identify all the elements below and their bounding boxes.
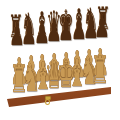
frame-dot (110, 42, 112, 44)
square-h2 (94, 70, 106, 78)
piece-black-bishop: ♝ (34, 9, 49, 40)
square-g7 (84, 32, 96, 41)
frame-dot (40, 26, 43, 28)
piece-black-pawn: ♟ (9, 18, 25, 50)
square-c7 (35, 37, 48, 46)
piece-black-pawn: ♟ (58, 14, 74, 46)
piece-white-pawn: ♟ (80, 45, 98, 82)
square-a3 (12, 71, 25, 80)
square-e8 (60, 26, 72, 35)
piece-white-pawn: ♟ (57, 48, 75, 85)
square-d1 (48, 82, 60, 90)
square-h4 (95, 55, 107, 64)
square-g3 (83, 63, 95, 72)
square-b4 (24, 62, 36, 71)
piece-white-king: ♚ (56, 54, 75, 92)
square-f7 (72, 33, 84, 42)
frame-dot (110, 34, 112, 36)
piece-white-knight: ♞ (22, 58, 41, 96)
square-h8 (97, 23, 109, 32)
frame-dot (42, 92, 44, 94)
square-h1 (94, 77, 106, 85)
square-c4 (36, 61, 48, 70)
frame-dot (14, 28, 17, 30)
square-h5 (96, 47, 108, 56)
square-d2 (48, 75, 60, 84)
square-c6 (36, 45, 48, 54)
frame-dot (87, 87, 89, 89)
square-e3 (60, 66, 72, 75)
square-f6 (72, 41, 84, 50)
square-g6 (84, 40, 96, 49)
square-f2 (72, 72, 84, 81)
frame-dot (108, 65, 110, 67)
square-f5 (72, 49, 84, 58)
board-squares (9, 23, 109, 94)
square-e7 (60, 35, 72, 44)
piece-black-pawn: ♟ (71, 12, 87, 44)
piece-white-rook: ♜ (91, 51, 110, 89)
board-front-edge (0, 0, 120, 120)
frame-dot (18, 95, 20, 97)
square-g5 (84, 48, 96, 57)
piece-black-rook: ♜ (95, 3, 110, 34)
frame-dot (109, 50, 111, 52)
piece-black-pawn: ♟ (83, 11, 99, 43)
piece-white-pawn: ♟ (9, 53, 27, 90)
square-d7 (48, 36, 60, 45)
square-a2 (12, 78, 24, 87)
frame-dot (8, 90, 10, 92)
square-a6 (10, 47, 23, 56)
piece-white-bishop: ♝ (68, 53, 87, 91)
frame-dot (6, 52, 9, 54)
frame-dot (30, 93, 32, 95)
frame-dot (7, 68, 10, 70)
frame-dot (108, 72, 110, 74)
square-d5 (48, 52, 60, 61)
square-c2 (36, 76, 48, 85)
piece-white-pawn: ♟ (45, 49, 63, 86)
chess-set-photo: ♜♞♝♛♚♝♞♜♟♟♟♟♟♟♟♟♟♟♟♟♟♟♟♟♜♞♝♛♚♝♞♜ (0, 0, 120, 120)
square-e1 (60, 81, 72, 89)
square-g8 (85, 24, 97, 33)
frame-dot (78, 23, 80, 25)
piece-white-knight: ♞ (79, 52, 98, 90)
square-a5 (11, 55, 24, 64)
square-b7 (23, 38, 36, 47)
square-d4 (48, 59, 60, 68)
piece-white-pawn: ♟ (68, 47, 86, 84)
piece-black-bishop: ♝ (71, 5, 86, 36)
frame-dot (53, 25, 56, 27)
frame-dot (65, 24, 67, 26)
square-d3 (48, 67, 60, 76)
frame-dot (5, 36, 8, 38)
square-f3 (72, 65, 84, 74)
frame-dot (102, 20, 104, 22)
square-e2 (60, 73, 72, 82)
square-e5 (60, 51, 72, 60)
piece-white-pawn: ♟ (91, 44, 109, 81)
square-c8 (35, 29, 48, 38)
brass-clasp (43, 96, 52, 109)
square-h6 (96, 39, 108, 48)
frame-dot (7, 75, 10, 77)
piece-white-bishop: ♝ (33, 57, 52, 95)
square-b1 (25, 84, 37, 93)
square-g1 (83, 78, 95, 86)
square-c3 (36, 68, 48, 77)
piece-white-rook: ♜ (10, 60, 29, 98)
frame-dot (5, 44, 8, 46)
chess-board (2, 18, 116, 99)
square-g2 (83, 71, 95, 80)
piece-black-pawn: ♟ (95, 10, 111, 42)
frame-dot (8, 83, 11, 85)
square-h3 (95, 62, 107, 71)
square-a8 (9, 31, 22, 41)
square-b8 (22, 30, 35, 39)
square-c5 (36, 53, 48, 62)
clasp-ring-icon (45, 99, 50, 105)
square-b5 (23, 54, 36, 63)
square-b6 (23, 46, 36, 55)
square-e6 (60, 43, 72, 52)
square-g4 (84, 56, 96, 65)
frame-dot (65, 89, 67, 91)
square-f4 (72, 57, 84, 66)
square-f8 (73, 25, 85, 34)
square-d6 (48, 44, 60, 53)
piece-white-pawn: ♟ (33, 51, 51, 88)
square-b2 (24, 77, 36, 86)
frame-dot (90, 22, 92, 24)
square-a1 (13, 86, 25, 95)
square-f1 (72, 79, 84, 87)
piece-black-pawn: ♟ (46, 15, 62, 47)
square-a7 (10, 39, 23, 48)
piece-black-pawn: ♟ (21, 17, 37, 49)
frame-dot (107, 79, 109, 81)
piece-black-queen: ♛ (46, 7, 61, 38)
frame-dot (111, 26, 113, 28)
frame-dot (109, 57, 111, 59)
piece-white-queen: ♛ (45, 56, 64, 94)
frame-dot (98, 86, 100, 88)
square-d8 (48, 27, 61, 36)
frame-dot (53, 91, 55, 93)
square-c1 (37, 83, 49, 92)
piece-white-pawn: ♟ (21, 52, 39, 89)
square-h7 (96, 31, 108, 40)
square-e4 (60, 58, 72, 67)
frame-dot (76, 88, 78, 90)
piece-black-knight: ♞ (83, 4, 98, 35)
frame-dot (27, 27, 30, 29)
frame-dot (6, 60, 9, 62)
piece-black-knight: ♞ (21, 10, 36, 41)
square-a4 (11, 63, 24, 72)
piece-black-rook: ♜ (8, 11, 23, 42)
square-b3 (24, 70, 36, 79)
piece-black-king: ♚ (59, 6, 74, 37)
piece-black-pawn: ♟ (34, 16, 50, 48)
